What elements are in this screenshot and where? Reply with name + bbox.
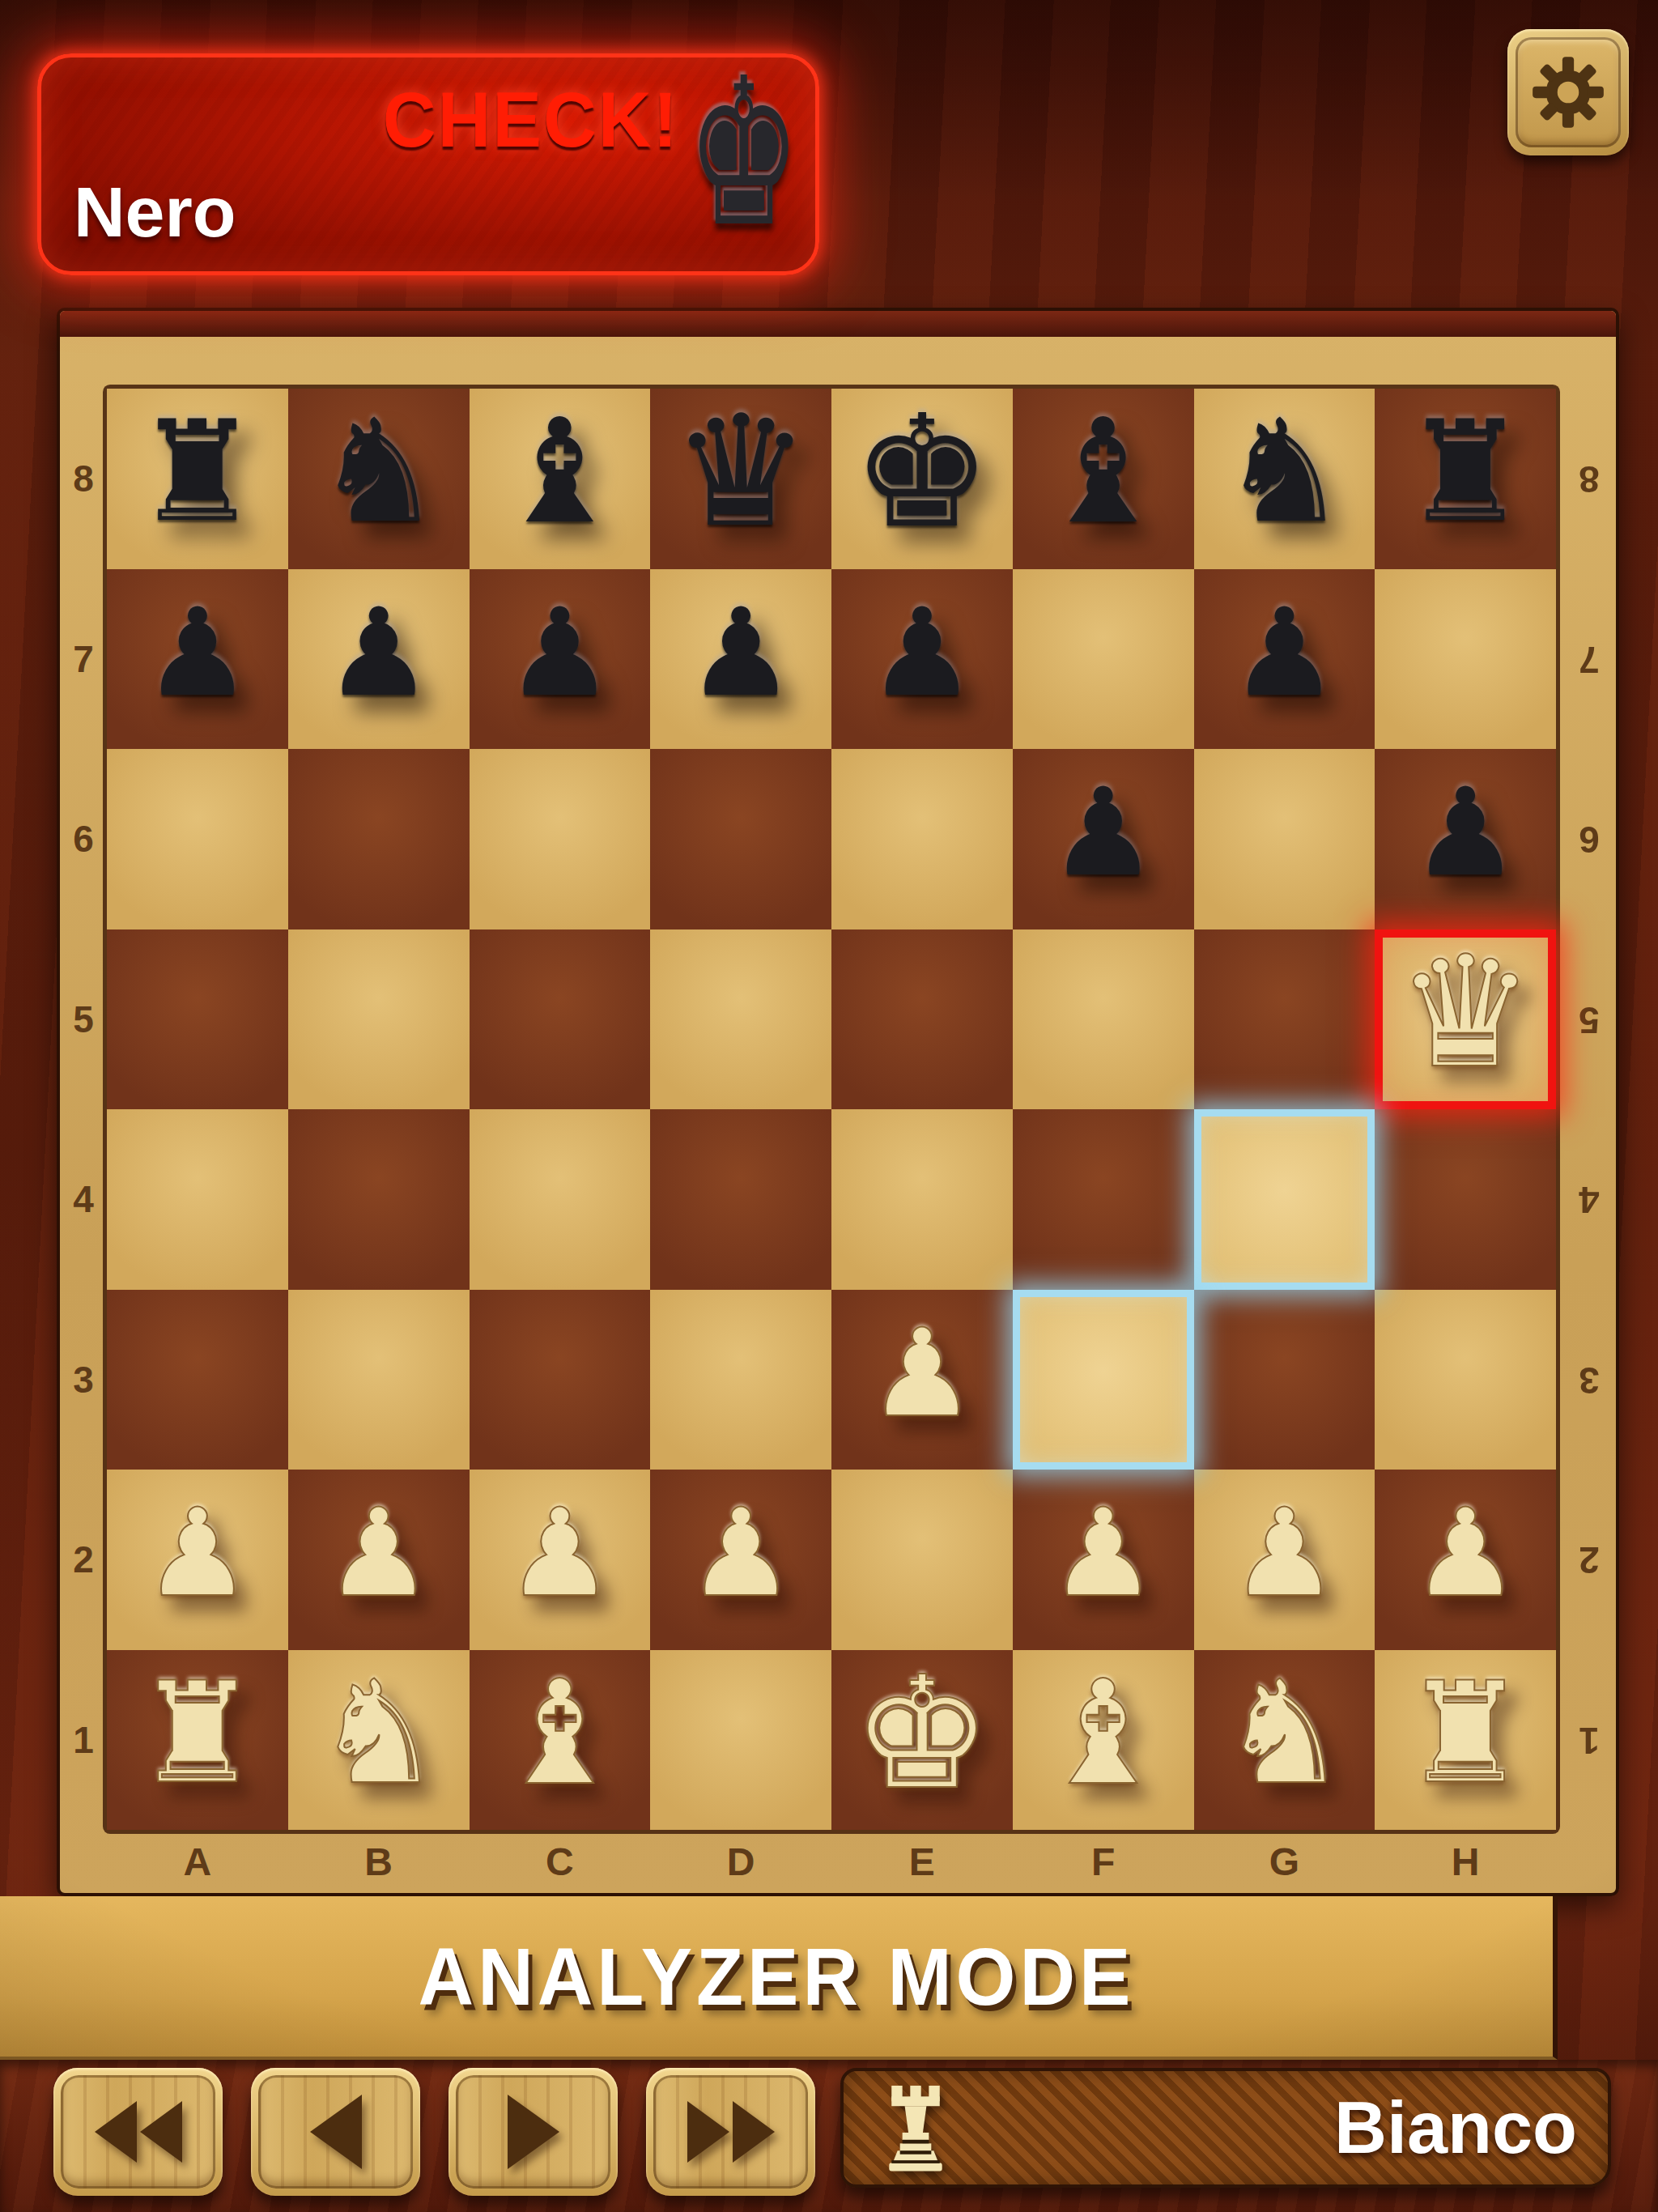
rank-label-right-8: 8: [1556, 389, 1622, 569]
square-b7[interactable]: ♟: [288, 569, 470, 750]
square-b4[interactable]: [288, 1109, 470, 1290]
piece-black-rook[interactable]: ♜: [135, 402, 260, 542]
square-d7[interactable]: ♟: [650, 569, 831, 750]
step-back-button[interactable]: [251, 2068, 420, 2196]
rank-label-6: 6: [60, 749, 107, 929]
piece-black-pawn[interactable]: ♟: [505, 592, 614, 713]
square-e5[interactable]: [831, 929, 1013, 1110]
file-label-a: A: [107, 1830, 288, 1893]
square-h8[interactable]: ♜: [1375, 389, 1556, 569]
square-d2[interactable]: ♟: [650, 1470, 831, 1650]
rank-label-2: 2: [60, 1470, 107, 1650]
square-e3[interactable]: ♟: [831, 1290, 1013, 1470]
square-c8[interactable]: ♝: [470, 389, 651, 569]
white-rook-icon: [879, 2081, 952, 2175]
square-d4[interactable]: [650, 1109, 831, 1290]
right-arrow-icon: [508, 2095, 559, 2169]
square-g4[interactable]: [1194, 1109, 1375, 1290]
square-h4[interactable]: [1375, 1109, 1556, 1290]
double-left-arrow-icon: [95, 2101, 137, 2163]
piece-black-rook[interactable]: ♜: [1403, 402, 1528, 542]
square-a1[interactable]: ♜: [107, 1650, 288, 1831]
gear-icon: [1527, 51, 1609, 134]
square-g6[interactable]: [1194, 749, 1375, 929]
piece-white-pawn[interactable]: ♟: [687, 1492, 795, 1614]
analyzer-mode-banner: ANALYZER MODE: [0, 1896, 1558, 2060]
square-b5[interactable]: [288, 929, 470, 1110]
file-label-f: F: [1013, 1830, 1194, 1893]
square-e7[interactable]: ♟: [831, 569, 1013, 750]
piece-black-pawn[interactable]: ♟: [1411, 772, 1520, 893]
piece-black-knight[interactable]: ♞: [1220, 401, 1348, 543]
square-g2[interactable]: ♟: [1194, 1470, 1375, 1650]
square-c4[interactable]: [470, 1109, 651, 1290]
square-a3[interactable]: [107, 1290, 288, 1470]
square-g8[interactable]: ♞: [1194, 389, 1375, 569]
piece-black-pawn[interactable]: ♟: [324, 592, 432, 713]
square-f7[interactable]: [1013, 569, 1194, 750]
rank-label-right-3: 3: [1556, 1290, 1622, 1470]
black-player-name: Nero: [74, 171, 236, 253]
square-b2[interactable]: ♟: [288, 1470, 470, 1650]
piece-white-bishop[interactable]: ♝: [1039, 1661, 1168, 1806]
piece-white-pawn[interactable]: ♟: [505, 1492, 614, 1614]
square-h3[interactable]: [1375, 1290, 1556, 1470]
square-h5[interactable]: ♛: [1375, 929, 1556, 1110]
square-f8[interactable]: ♝: [1013, 389, 1194, 569]
square-g7[interactable]: ♟: [1194, 569, 1375, 750]
file-label-g: G: [1194, 1830, 1375, 1893]
square-b1[interactable]: ♞: [288, 1650, 470, 1831]
square-c5[interactable]: [470, 929, 651, 1110]
piece-black-knight[interactable]: ♞: [315, 401, 443, 543]
square-a4[interactable]: [107, 1109, 288, 1290]
rank-label-1: 1: [60, 1650, 107, 1831]
piece-white-pawn[interactable]: ♟: [1048, 1492, 1157, 1614]
piece-black-pawn[interactable]: ♟: [1048, 772, 1157, 893]
rank-label-7: 7: [60, 569, 107, 750]
jump-to-end-face[interactable]: [653, 2075, 808, 2189]
piece-white-rook[interactable]: ♜: [135, 1664, 260, 1803]
square-a7[interactable]: ♟: [107, 569, 288, 750]
square-e8[interactable]: ♚: [831, 389, 1013, 569]
double-right-arrow-icon: [733, 2101, 775, 2163]
square-h7[interactable]: [1375, 569, 1556, 750]
rank-label-8: 8: [60, 389, 107, 569]
rank-label-right-2: 2: [1556, 1470, 1622, 1650]
file-label-b: B: [288, 1830, 470, 1893]
file-labels: ABCDEFGH: [107, 1830, 1556, 1893]
piece-white-pawn[interactable]: ♟: [143, 1492, 252, 1614]
jump-to-start-face[interactable]: [61, 2075, 215, 2189]
file-label-h: H: [1375, 1830, 1556, 1893]
square-f1[interactable]: ♝: [1013, 1650, 1194, 1831]
piece-white-pawn[interactable]: ♟: [324, 1492, 432, 1614]
square-h2[interactable]: ♟: [1375, 1470, 1556, 1650]
square-c3[interactable]: [470, 1290, 651, 1470]
square-h1[interactable]: ♜: [1375, 1650, 1556, 1831]
bottom-toolbar: Bianco: [0, 2060, 1658, 2212]
square-a2[interactable]: ♟: [107, 1470, 288, 1650]
settings-button-face[interactable]: [1516, 37, 1621, 147]
chess-board: 87654321 ♜♞♝♛♚♝♞♜♟♟♟♟♟♟♟♟♛♟♟♟♟♟♟♟♟♜♞♝♚♝♞…: [57, 308, 1619, 1896]
left-arrow-icon: [310, 2095, 362, 2169]
square-c6[interactable]: [470, 749, 651, 929]
piece-white-pawn[interactable]: ♟: [1230, 1492, 1338, 1614]
double-right-arrow-icon: [687, 2101, 729, 2163]
piece-white-knight[interactable]: ♞: [315, 1662, 443, 1805]
square-c2[interactable]: ♟: [470, 1470, 651, 1650]
check-banner: CHECK! Nero ♚: [37, 53, 819, 275]
square-a5[interactable]: [107, 929, 288, 1110]
board-squares: ♜♞♝♛♚♝♞♜♟♟♟♟♟♟♟♟♛♟♟♟♟♟♟♟♟♜♞♝♚♝♞♜: [107, 389, 1556, 1830]
app-screen: CHECK! Nero ♚: [0, 0, 1658, 2212]
rank-label-right-7: 7: [1556, 569, 1622, 750]
piece-black-pawn[interactable]: ♟: [1230, 592, 1338, 713]
piece-white-knight[interactable]: ♞: [1220, 1662, 1348, 1805]
file-label-d: D: [650, 1830, 831, 1893]
piece-white-pawn[interactable]: ♟: [1411, 1492, 1520, 1614]
square-f2[interactable]: ♟: [1013, 1470, 1194, 1650]
white-player-name: Bianco: [1334, 2087, 1577, 2170]
square-a8[interactable]: ♜: [107, 389, 288, 569]
square-a6[interactable]: [107, 749, 288, 929]
square-e6[interactable]: [831, 749, 1013, 929]
rank-label-3: 3: [60, 1290, 107, 1470]
step-back-face[interactable]: [258, 2075, 413, 2189]
square-h6[interactable]: ♟: [1375, 749, 1556, 929]
jump-to-start-button[interactable]: [53, 2068, 223, 2196]
piece-white-rook[interactable]: ♜: [1403, 1664, 1528, 1803]
rank-label-right-6: 6: [1556, 749, 1622, 929]
square-f3[interactable]: [1013, 1290, 1194, 1470]
rank-label-4: 4: [60, 1109, 107, 1290]
rank-label-5: 5: [60, 929, 107, 1110]
square-e4[interactable]: [831, 1109, 1013, 1290]
double-left-arrow-icon: [140, 2101, 182, 2163]
white-player-panel: Bianco: [840, 2068, 1611, 2188]
rank-labels-left: 87654321: [60, 389, 107, 1830]
square-g1[interactable]: ♞: [1194, 1650, 1375, 1831]
rank-label-right-5: 5: [1556, 929, 1622, 1110]
square-d8[interactable]: ♛: [650, 389, 831, 569]
file-label-c: C: [470, 1830, 651, 1893]
square-c7[interactable]: ♟: [470, 569, 651, 750]
square-f6[interactable]: ♟: [1013, 749, 1194, 929]
square-d6[interactable]: [650, 749, 831, 929]
rank-labels-right: 87654321: [1556, 389, 1622, 1830]
check-status: CHECK!: [383, 75, 679, 164]
board-top-edge: [60, 311, 1616, 337]
piece-white-queen[interactable]: ♛: [1397, 936, 1534, 1090]
piece-black-bishop[interactable]: ♝: [1039, 400, 1168, 544]
step-forward-button[interactable]: [449, 2068, 618, 2196]
step-forward-face[interactable]: [456, 2075, 610, 2189]
square-b6[interactable]: [288, 749, 470, 929]
piece-white-bishop[interactable]: ♝: [495, 1661, 625, 1806]
piece-black-king[interactable]: ♚: [852, 394, 992, 550]
analyzer-mode-label: ANALYZER MODE: [419, 1929, 1135, 2023]
piece-black-pawn[interactable]: ♟: [868, 592, 976, 713]
rank-label-right-4: 4: [1556, 1109, 1622, 1290]
square-d5[interactable]: [650, 929, 831, 1110]
square-d3[interactable]: [650, 1290, 831, 1470]
square-g5[interactable]: [1194, 929, 1375, 1110]
piece-black-pawn[interactable]: ♟: [143, 592, 252, 713]
square-f4[interactable]: [1013, 1109, 1194, 1290]
piece-black-pawn[interactable]: ♟: [687, 592, 795, 713]
rank-label-right-1: 1: [1556, 1650, 1622, 1831]
piece-white-pawn[interactable]: ♟: [868, 1312, 976, 1434]
square-d1[interactable]: [650, 1650, 831, 1831]
square-e1[interactable]: ♚: [831, 1650, 1013, 1831]
square-b8[interactable]: ♞: [288, 389, 470, 569]
piece-black-bishop[interactable]: ♝: [495, 400, 625, 544]
piece-black-queen[interactable]: ♛: [672, 395, 810, 549]
square-b3[interactable]: [288, 1290, 470, 1470]
square-e2[interactable]: [831, 1470, 1013, 1650]
square-c1[interactable]: ♝: [470, 1650, 651, 1831]
square-g3[interactable]: [1194, 1290, 1375, 1470]
piece-white-king[interactable]: ♚: [852, 1656, 992, 1811]
black-king-icon: ♚: [687, 51, 801, 255]
file-label-e: E: [831, 1830, 1013, 1893]
settings-button[interactable]: [1507, 29, 1629, 155]
square-f5[interactable]: [1013, 929, 1194, 1110]
jump-to-end-button[interactable]: [646, 2068, 815, 2196]
